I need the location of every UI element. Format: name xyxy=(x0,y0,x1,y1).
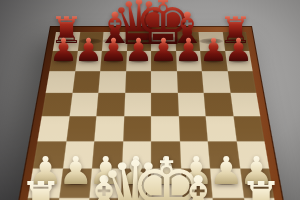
square-d4[interactable] xyxy=(123,116,151,141)
rook-icon: ♜ xyxy=(239,176,282,200)
square-c5[interactable] xyxy=(96,93,124,116)
square-h4[interactable] xyxy=(233,116,265,141)
square-a4[interactable] xyxy=(37,116,69,141)
piece-white-rook-h1[interactable]: ♜ xyxy=(239,176,282,200)
square-c6[interactable] xyxy=(98,71,125,93)
square-b6[interactable] xyxy=(72,71,100,93)
square-b4[interactable] xyxy=(66,116,97,141)
chess-scene: ♜♞♝♛♚♝♞♜♟♟♟♟♟♟♟♟♟♟♟♟♟♟♟♟♜♞♝♛♚♝♞♜ xyxy=(0,0,300,200)
square-d6[interactable] xyxy=(125,71,151,93)
piece-black-pawn-h7[interactable]: ♟ xyxy=(224,36,253,68)
square-d5[interactable] xyxy=(124,93,151,116)
square-g4[interactable] xyxy=(206,116,237,141)
square-g6[interactable] xyxy=(202,71,230,93)
square-f6[interactable] xyxy=(176,71,203,93)
square-h5[interactable] xyxy=(230,93,260,116)
square-f5[interactable] xyxy=(177,93,205,116)
square-g5[interactable] xyxy=(204,93,233,116)
square-b5[interactable] xyxy=(69,93,98,116)
square-e5[interactable] xyxy=(151,93,178,116)
square-c4[interactable] xyxy=(94,116,123,141)
square-a6[interactable] xyxy=(46,71,75,93)
square-f4[interactable] xyxy=(178,116,207,141)
square-h6[interactable] xyxy=(227,71,256,93)
square-e6[interactable] xyxy=(151,71,177,93)
pawn-icon: ♟ xyxy=(224,36,253,68)
square-e4[interactable] xyxy=(151,116,179,141)
square-a5[interactable] xyxy=(42,93,72,116)
